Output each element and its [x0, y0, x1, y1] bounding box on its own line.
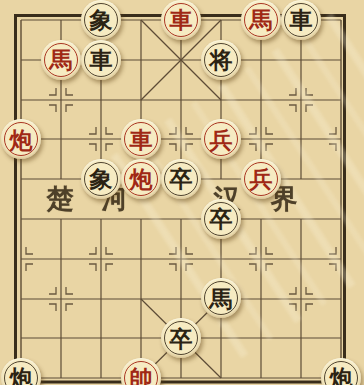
piece-glyph: 炮 — [10, 366, 33, 385]
piece-black-elephant[interactable]: 象 — [81, 0, 121, 40]
xiangqi-board: 楚 河 汉 界 象車馬車馬車将炮車兵象炮卒兵卒馬卒炮帥炮 — [0, 0, 364, 385]
piece-red-soldier[interactable]: 兵 — [201, 119, 241, 159]
piece-black-cannon[interactable]: 炮 — [321, 358, 361, 385]
pieces-layer: 象車馬車馬車将炮車兵象炮卒兵卒馬卒炮帥炮 — [1, 0, 361, 385]
piece-glyph: 炮 — [130, 167, 153, 190]
piece-glyph: 卒 — [170, 167, 193, 190]
piece-black-horse[interactable]: 馬 — [201, 278, 241, 318]
piece-red-chariot[interactable]: 車 — [121, 119, 161, 159]
piece-glyph: 帥 — [130, 366, 153, 385]
piece-glyph: 兵 — [210, 128, 233, 151]
piece-red-horse[interactable]: 馬 — [241, 0, 281, 40]
piece-black-chariot[interactable]: 車 — [281, 0, 321, 40]
piece-red-cannon[interactable]: 炮 — [121, 159, 161, 199]
piece-glyph: 卒 — [210, 207, 233, 230]
piece-glyph: 象 — [90, 167, 113, 190]
piece-glyph: 炮 — [10, 128, 33, 151]
piece-glyph: 卒 — [170, 327, 193, 350]
piece-red-general[interactable]: 帥 — [121, 358, 161, 385]
piece-red-soldier[interactable]: 兵 — [241, 159, 281, 199]
piece-black-soldier[interactable]: 卒 — [161, 318, 201, 358]
piece-red-horse[interactable]: 馬 — [41, 40, 81, 80]
piece-glyph: 車 — [130, 128, 153, 151]
piece-glyph: 象 — [90, 8, 113, 31]
piece-black-elephant[interactable]: 象 — [81, 159, 121, 199]
piece-black-cannon[interactable]: 炮 — [1, 358, 41, 385]
piece-black-general[interactable]: 将 — [201, 40, 241, 80]
piece-glyph: 馬 — [50, 48, 73, 71]
piece-glyph: 兵 — [250, 167, 273, 190]
piece-glyph: 馬 — [210, 287, 233, 310]
piece-red-cannon[interactable]: 炮 — [1, 119, 41, 159]
piece-black-soldier[interactable]: 卒 — [161, 159, 201, 199]
piece-glyph: 馬 — [250, 8, 273, 31]
piece-glyph: 将 — [210, 48, 233, 71]
piece-red-chariot[interactable]: 車 — [161, 0, 201, 40]
piece-glyph: 車 — [90, 48, 113, 71]
piece-glyph: 車 — [290, 8, 313, 31]
piece-glyph: 車 — [170, 8, 193, 31]
piece-black-chariot[interactable]: 車 — [81, 40, 121, 80]
piece-black-soldier[interactable]: 卒 — [201, 199, 241, 239]
piece-glyph: 炮 — [330, 366, 353, 385]
